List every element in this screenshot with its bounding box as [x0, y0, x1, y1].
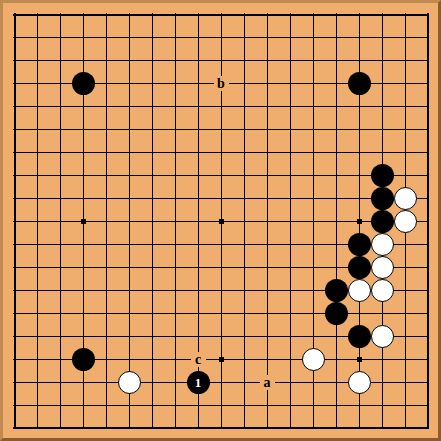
- black-stone: [348, 233, 371, 256]
- black-stone: [325, 279, 348, 302]
- white-stone: [348, 371, 371, 394]
- white-stone: [371, 325, 394, 348]
- black-stone: [72, 348, 95, 371]
- grid-vline: [290, 13, 291, 429]
- black-stone: [348, 325, 371, 348]
- hoshi-point: [219, 357, 224, 362]
- grid-vline: [427, 13, 429, 429]
- grid-hline: [13, 313, 429, 314]
- white-stone: [302, 348, 325, 371]
- grid-hline: [13, 427, 429, 429]
- white-stone: [371, 233, 394, 256]
- grid-vline: [336, 13, 337, 429]
- hoshi-point: [219, 219, 224, 224]
- point-label-a: a: [260, 375, 275, 390]
- black-stone: [348, 256, 371, 279]
- hoshi-point: [357, 219, 362, 224]
- black-stone: [348, 72, 371, 95]
- white-stone: [394, 210, 417, 233]
- grid-hline: [13, 405, 429, 406]
- white-stone: [118, 371, 141, 394]
- grid-vline: [244, 13, 245, 429]
- hoshi-point: [357, 357, 362, 362]
- grid-vline: [267, 13, 268, 429]
- point-label-b: b: [214, 76, 229, 91]
- black-stone: [371, 164, 394, 187]
- black-stone: [371, 187, 394, 210]
- black-stone: [371, 210, 394, 233]
- white-stone: [371, 256, 394, 279]
- go-board: bc1a: [0, 0, 441, 441]
- white-stone: [371, 279, 394, 302]
- black-stone-move-1: 1: [187, 371, 210, 394]
- black-stone: [325, 302, 348, 325]
- black-stone: [72, 72, 95, 95]
- white-stone: [394, 187, 417, 210]
- move-number: 1: [195, 376, 202, 389]
- hoshi-point: [81, 219, 86, 224]
- white-stone: [348, 279, 371, 302]
- point-label-c: c: [191, 352, 206, 367]
